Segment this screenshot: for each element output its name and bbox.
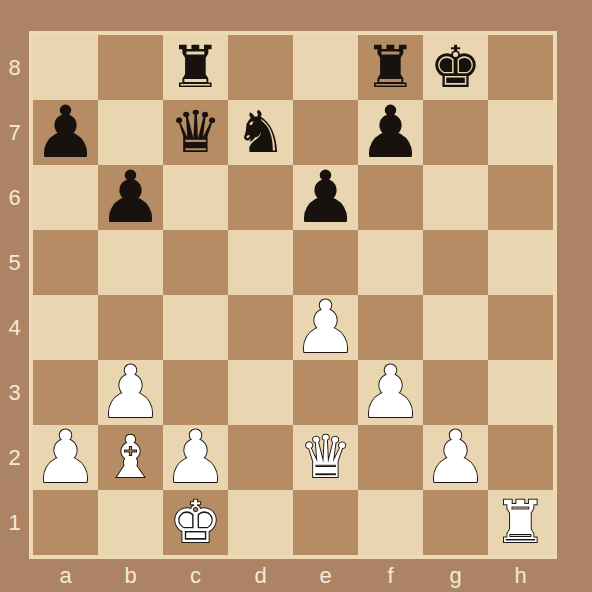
square-a7[interactable]: ♟ — [33, 100, 98, 165]
square-g7[interactable] — [423, 100, 488, 165]
rank-label-6: 6 — [0, 165, 29, 230]
square-h1[interactable]: ♜ — [488, 490, 553, 555]
board-grid: ♜♜♚♟♛♞♟♟♟♟♟♟♟♝♟♛♟♚♜ — [33, 35, 553, 555]
piece-white-bishop[interactable]: ♝ — [98, 425, 163, 490]
square-g1[interactable] — [423, 490, 488, 555]
square-e1[interactable] — [293, 490, 358, 555]
square-b6[interactable]: ♟ — [98, 165, 163, 230]
square-d6[interactable] — [228, 165, 293, 230]
square-c6[interactable] — [163, 165, 228, 230]
file-label-f: f — [358, 559, 423, 592]
square-e2[interactable]: ♛ — [293, 425, 358, 490]
square-a4[interactable] — [33, 295, 98, 360]
piece-white-pawn[interactable]: ♟ — [98, 360, 163, 425]
rank-label-1: 1 — [0, 490, 29, 555]
square-a2[interactable]: ♟ — [33, 425, 98, 490]
rank-label-8: 8 — [0, 35, 29, 100]
square-h3[interactable] — [488, 360, 553, 425]
square-f7[interactable]: ♟ — [358, 100, 423, 165]
file-label-h: h — [488, 559, 553, 592]
square-f2[interactable] — [358, 425, 423, 490]
square-b8[interactable] — [98, 35, 163, 100]
square-f5[interactable] — [358, 230, 423, 295]
square-c5[interactable] — [163, 230, 228, 295]
piece-black-pawn[interactable]: ♟ — [358, 100, 423, 165]
square-d3[interactable] — [228, 360, 293, 425]
square-h7[interactable] — [488, 100, 553, 165]
piece-black-pawn[interactable]: ♟ — [98, 165, 163, 230]
piece-black-knight[interactable]: ♞ — [228, 100, 293, 165]
file-label-c: c — [163, 559, 228, 592]
piece-black-rook[interactable]: ♜ — [163, 35, 228, 100]
square-a1[interactable] — [33, 490, 98, 555]
rank-label-3: 3 — [0, 360, 29, 425]
file-label-a: a — [33, 559, 98, 592]
square-a5[interactable] — [33, 230, 98, 295]
chess-board: ♜♜♚♟♛♞♟♟♟♟♟♟♟♝♟♛♟♚♜ — [29, 31, 557, 559]
square-b5[interactable] — [98, 230, 163, 295]
square-f3[interactable]: ♟ — [358, 360, 423, 425]
file-label-b: b — [98, 559, 163, 592]
piece-white-rook[interactable]: ♜ — [488, 490, 553, 555]
square-d8[interactable] — [228, 35, 293, 100]
piece-white-pawn[interactable]: ♟ — [423, 425, 488, 490]
square-e6[interactable]: ♟ — [293, 165, 358, 230]
square-f1[interactable] — [358, 490, 423, 555]
file-label-e: e — [293, 559, 358, 592]
piece-black-king[interactable]: ♚ — [423, 35, 488, 100]
file-label-d: d — [228, 559, 293, 592]
square-g2[interactable]: ♟ — [423, 425, 488, 490]
square-h4[interactable] — [488, 295, 553, 360]
rank-labels: 87654321 — [0, 35, 29, 555]
square-e4[interactable]: ♟ — [293, 295, 358, 360]
piece-black-pawn[interactable]: ♟ — [33, 100, 98, 165]
square-h8[interactable] — [488, 35, 553, 100]
piece-white-pawn[interactable]: ♟ — [163, 425, 228, 490]
square-c7[interactable]: ♛ — [163, 100, 228, 165]
square-d7[interactable]: ♞ — [228, 100, 293, 165]
square-c4[interactable] — [163, 295, 228, 360]
square-b1[interactable] — [98, 490, 163, 555]
piece-white-pawn[interactable]: ♟ — [33, 425, 98, 490]
square-d4[interactable] — [228, 295, 293, 360]
square-c1[interactable]: ♚ — [163, 490, 228, 555]
square-c8[interactable]: ♜ — [163, 35, 228, 100]
square-b3[interactable]: ♟ — [98, 360, 163, 425]
piece-black-queen[interactable]: ♛ — [163, 100, 228, 165]
rank-label-7: 7 — [0, 100, 29, 165]
square-h6[interactable] — [488, 165, 553, 230]
square-g8[interactable]: ♚ — [423, 35, 488, 100]
file-labels: abcdefgh — [33, 559, 553, 592]
square-g4[interactable] — [423, 295, 488, 360]
square-g5[interactable] — [423, 230, 488, 295]
piece-white-king[interactable]: ♚ — [163, 490, 228, 555]
square-e8[interactable] — [293, 35, 358, 100]
square-b2[interactable]: ♝ — [98, 425, 163, 490]
rank-label-4: 4 — [0, 295, 29, 360]
piece-white-queen[interactable]: ♛ — [293, 425, 358, 490]
rank-label-2: 2 — [0, 425, 29, 490]
piece-black-pawn[interactable]: ♟ — [293, 165, 358, 230]
square-a6[interactable] — [33, 165, 98, 230]
piece-white-pawn[interactable]: ♟ — [358, 360, 423, 425]
rank-label-5: 5 — [0, 230, 29, 295]
square-d2[interactable] — [228, 425, 293, 490]
square-e3[interactable] — [293, 360, 358, 425]
square-c2[interactable]: ♟ — [163, 425, 228, 490]
file-label-g: g — [423, 559, 488, 592]
square-f6[interactable] — [358, 165, 423, 230]
square-d1[interactable] — [228, 490, 293, 555]
square-h5[interactable] — [488, 230, 553, 295]
square-h2[interactable] — [488, 425, 553, 490]
piece-white-pawn[interactable]: ♟ — [293, 295, 358, 360]
square-g6[interactable] — [423, 165, 488, 230]
square-d5[interactable] — [228, 230, 293, 295]
